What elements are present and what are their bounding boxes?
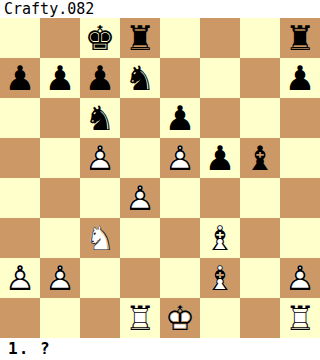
black-knight-piece[interactable]: ♞ [120,58,160,98]
square-c2[interactable] [80,258,120,298]
white-king-piece[interactable]: ♚♔ [160,298,200,338]
black-knight-piece[interactable]: ♞ [80,98,120,138]
square-f1[interactable] [200,298,240,338]
square-b4[interactable] [40,178,80,218]
square-g5[interactable]: ♝ [240,138,280,178]
piece-outline-layer: ♗ [200,218,240,258]
square-d8[interactable]: ♜ [120,18,160,58]
square-e3[interactable] [160,218,200,258]
square-e2[interactable] [160,258,200,298]
square-b5[interactable] [40,138,80,178]
piece-outline-layer: ♘ [80,218,120,258]
square-a6[interactable] [0,98,40,138]
square-f3[interactable]: ♝♗ [200,218,240,258]
square-g4[interactable] [240,178,280,218]
black-king-piece[interactable]: ♚ [80,18,120,58]
square-a7[interactable]: ♟ [0,58,40,98]
square-e8[interactable] [160,18,200,58]
piece-outline-layer: ♖ [120,298,160,338]
white-pawn-piece[interactable]: ♟♙ [0,258,40,298]
white-knight-piece[interactable]: ♞♘ [80,218,120,258]
square-e5[interactable]: ♟♙ [160,138,200,178]
white-bishop-piece[interactable]: ♝♗ [200,258,240,298]
square-h3[interactable] [280,218,320,258]
black-rook-piece[interactable]: ♜ [280,18,320,58]
square-h1[interactable]: ♜♖ [280,298,320,338]
square-b3[interactable] [40,218,80,258]
square-b8[interactable] [40,18,80,58]
crafty-window: Crafty.082 ♚♜♜♟♟♟♞♟♞♟♟♙♟♙♟♝♟♙♞♘♝♗♟♙♟♙♝♗♟… [0,0,320,360]
square-f8[interactable] [200,18,240,58]
piece-outline-layer: ♙ [280,258,320,298]
square-d5[interactable] [120,138,160,178]
square-b7[interactable]: ♟ [40,58,80,98]
square-g3[interactable] [240,218,280,258]
square-f2[interactable]: ♝♗ [200,258,240,298]
piece-outline-layer: ♙ [120,178,160,218]
square-h7[interactable]: ♟ [280,58,320,98]
piece-outline-layer: ♙ [0,258,40,298]
white-pawn-piece[interactable]: ♟♙ [280,258,320,298]
black-pawn-piece[interactable]: ♟ [0,58,40,98]
black-bishop-piece[interactable]: ♝ [240,138,280,178]
black-pawn-piece[interactable]: ♟ [80,58,120,98]
square-f7[interactable] [200,58,240,98]
square-g8[interactable] [240,18,280,58]
square-c1[interactable] [80,298,120,338]
square-h2[interactable]: ♟♙ [280,258,320,298]
piece-outline-layer: ♙ [80,138,120,178]
square-g6[interactable] [240,98,280,138]
square-c6[interactable]: ♞ [80,98,120,138]
square-h5[interactable] [280,138,320,178]
piece-outline-layer: ♙ [40,258,80,298]
square-d2[interactable] [120,258,160,298]
black-pawn-piece[interactable]: ♟ [200,138,240,178]
square-c5[interactable]: ♟♙ [80,138,120,178]
piece-outline-layer: ♖ [280,298,320,338]
square-a2[interactable]: ♟♙ [0,258,40,298]
square-f6[interactable] [200,98,240,138]
piece-outline-layer: ♙ [160,138,200,178]
square-a1[interactable] [0,298,40,338]
black-pawn-piece[interactable]: ♟ [160,98,200,138]
square-f4[interactable] [200,178,240,218]
move-prompt: 1. ? [0,338,320,360]
square-e4[interactable] [160,178,200,218]
square-h4[interactable] [280,178,320,218]
black-rook-piece[interactable]: ♜ [120,18,160,58]
white-rook-piece[interactable]: ♜♖ [280,298,320,338]
square-h6[interactable] [280,98,320,138]
square-d7[interactable]: ♞ [120,58,160,98]
black-pawn-piece[interactable]: ♟ [40,58,80,98]
white-pawn-piece[interactable]: ♟♙ [120,178,160,218]
white-rook-piece[interactable]: ♜♖ [120,298,160,338]
square-d3[interactable] [120,218,160,258]
square-b6[interactable] [40,98,80,138]
square-b2[interactable]: ♟♙ [40,258,80,298]
square-d1[interactable]: ♜♖ [120,298,160,338]
square-b1[interactable] [40,298,80,338]
square-g7[interactable] [240,58,280,98]
square-e1[interactable]: ♚♔ [160,298,200,338]
square-c7[interactable]: ♟ [80,58,120,98]
piece-outline-layer: ♗ [200,258,240,298]
chess-board: ♚♜♜♟♟♟♞♟♞♟♟♙♟♙♟♝♟♙♞♘♝♗♟♙♟♙♝♗♟♙♜♖♚♔♜♖ [0,18,320,338]
white-pawn-piece[interactable]: ♟♙ [40,258,80,298]
white-pawn-piece[interactable]: ♟♙ [80,138,120,178]
square-c8[interactable]: ♚ [80,18,120,58]
square-h8[interactable]: ♜ [280,18,320,58]
square-a4[interactable] [0,178,40,218]
square-f5[interactable]: ♟ [200,138,240,178]
square-a3[interactable] [0,218,40,258]
square-e6[interactable]: ♟ [160,98,200,138]
window-title: Crafty.082 [0,0,320,18]
square-g1[interactable] [240,298,280,338]
square-d6[interactable] [120,98,160,138]
square-a5[interactable] [0,138,40,178]
square-g2[interactable] [240,258,280,298]
black-pawn-piece[interactable]: ♟ [280,58,320,98]
white-pawn-piece[interactable]: ♟♙ [160,138,200,178]
white-bishop-piece[interactable]: ♝♗ [200,218,240,258]
square-d4[interactable]: ♟♙ [120,178,160,218]
piece-outline-layer: ♔ [160,298,200,338]
square-c3[interactable]: ♞♘ [80,218,120,258]
square-c4[interactable] [80,178,120,218]
square-e7[interactable] [160,58,200,98]
square-a8[interactable] [0,18,40,58]
